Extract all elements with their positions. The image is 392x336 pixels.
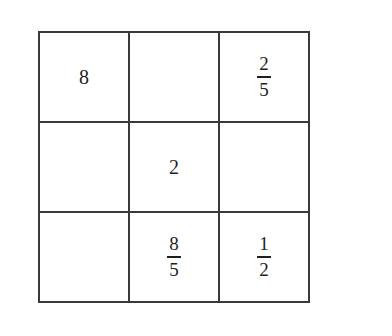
fraction-bar bbox=[257, 256, 271, 258]
fraction-denominator: 5 bbox=[259, 80, 269, 100]
fraction-numerator: 8 bbox=[169, 234, 179, 254]
cell-value: 8 bbox=[79, 67, 89, 87]
cell-value: 2 bbox=[169, 157, 179, 177]
fraction-value: 1 2 bbox=[257, 234, 271, 280]
cell-r1c1: 8 bbox=[40, 33, 128, 121]
fraction-bar bbox=[167, 256, 181, 258]
cell-r1c2[interactable] bbox=[130, 33, 218, 121]
cell-r1c3: 2 5 bbox=[220, 33, 308, 121]
cell-r2c3[interactable] bbox=[220, 123, 308, 211]
fraction-numerator: 1 bbox=[259, 234, 269, 254]
fraction-value: 8 5 bbox=[167, 234, 181, 280]
fraction-denominator: 2 bbox=[259, 260, 269, 280]
fraction-bar bbox=[257, 76, 271, 78]
cell-r3c3: 1 2 bbox=[220, 213, 308, 301]
cell-r3c2: 8 5 bbox=[130, 213, 218, 301]
cell-r3c1[interactable] bbox=[40, 213, 128, 301]
fraction-numerator: 2 bbox=[259, 54, 269, 74]
cell-r2c2: 2 bbox=[130, 123, 218, 211]
cell-r2c1[interactable] bbox=[40, 123, 128, 211]
fraction-denominator: 5 bbox=[169, 260, 179, 280]
puzzle-grid: 8 2 5 2 8 5 1 2 bbox=[38, 31, 310, 303]
fraction-value: 2 5 bbox=[257, 54, 271, 100]
